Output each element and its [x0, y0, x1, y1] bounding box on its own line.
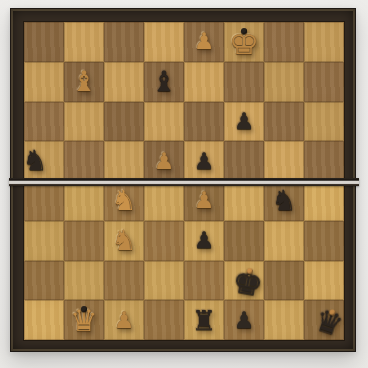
square-h2[interactable]: [304, 261, 344, 301]
square-f6[interactable]: ♟: [224, 102, 264, 142]
square-b8[interactable]: [64, 22, 104, 62]
square-h3[interactable]: [304, 221, 344, 261]
piece-black-bishop-d7[interactable]: ♝: [144, 62, 184, 102]
piece-black-pawn-f6[interactable]: ♟: [224, 102, 264, 142]
square-d2[interactable]: [144, 261, 184, 301]
square-f5[interactable]: [224, 141, 264, 181]
black-pawn-glyph: ♟: [194, 229, 215, 252]
square-b5[interactable]: [64, 141, 104, 181]
piece-white-pawn-d5[interactable]: ♟: [144, 141, 184, 181]
square-h5[interactable]: [304, 141, 344, 181]
square-g7[interactable]: [264, 62, 304, 102]
square-d8[interactable]: [144, 22, 184, 62]
white-pawn-glyph: ♟: [114, 309, 135, 332]
square-h4[interactable]: [304, 181, 344, 221]
square-f1[interactable]: ♟: [224, 300, 264, 340]
square-h6[interactable]: [304, 102, 344, 142]
square-d4[interactable]: [144, 181, 184, 221]
black-pawn-glyph: ♟: [234, 309, 255, 332]
square-d7[interactable]: ♝: [144, 62, 184, 102]
chess-board-frame: ♟♚♝♝♟♞♟♟♞♟♞♞♟♚♛♟♜♟♛: [10, 8, 356, 352]
square-e1[interactable]: ♜: [184, 300, 224, 340]
piece-white-queen-b1[interactable]: ♛: [64, 300, 104, 340]
square-a4[interactable]: [24, 181, 64, 221]
black-knight-glyph: ♞: [22, 147, 47, 175]
square-h1[interactable]: ♛: [304, 300, 344, 340]
square-g4[interactable]: ♞: [264, 181, 304, 221]
piece-white-pawn-e8[interactable]: ♟: [184, 22, 224, 62]
square-b3[interactable]: [64, 221, 104, 261]
square-a2[interactable]: [24, 261, 64, 301]
square-g8[interactable]: [264, 22, 304, 62]
piece-black-knight-a5[interactable]: ♞: [15, 141, 55, 181]
square-d3[interactable]: [144, 221, 184, 261]
square-e5[interactable]: ♟: [184, 141, 224, 181]
square-e7[interactable]: [184, 62, 224, 102]
piece-white-pawn-e4[interactable]: ♟: [184, 181, 224, 221]
piece-black-rook-e1[interactable]: ♜: [184, 300, 224, 340]
square-c1[interactable]: ♟: [104, 300, 144, 340]
square-c2[interactable]: [104, 261, 144, 301]
piece-white-bishop-b7[interactable]: ♝: [64, 62, 104, 102]
square-g1[interactable]: [264, 300, 304, 340]
square-g2[interactable]: [264, 261, 304, 301]
white-pawn-glyph: ♟: [194, 30, 215, 53]
square-g3[interactable]: [264, 221, 304, 261]
white-bishop-glyph: ♝: [71, 68, 96, 96]
square-b4[interactable]: [64, 181, 104, 221]
piece-white-knight-c3[interactable]: ♞: [104, 221, 144, 261]
black-knight-glyph: ♞: [271, 187, 296, 215]
piece-black-pawn-e3[interactable]: ♟: [184, 221, 224, 261]
square-g6[interactable]: [264, 102, 304, 142]
square-f4[interactable]: [224, 181, 264, 221]
square-h8[interactable]: [304, 22, 344, 62]
white-knight-glyph: ♞: [111, 227, 136, 255]
square-b6[interactable]: [64, 102, 104, 142]
square-d1[interactable]: [144, 300, 184, 340]
piece-black-knight-g4[interactable]: ♞: [264, 181, 304, 221]
square-b7[interactable]: ♝: [64, 62, 104, 102]
square-e8[interactable]: ♟: [184, 22, 224, 62]
piece-black-pawn-e5[interactable]: ♟: [184, 141, 224, 181]
square-g5[interactable]: [264, 141, 304, 181]
board-hinge: [9, 178, 359, 186]
square-h7[interactable]: [304, 62, 344, 102]
square-e2[interactable]: [184, 261, 224, 301]
square-f2[interactable]: ♚: [224, 261, 264, 301]
square-e6[interactable]: [184, 102, 224, 142]
square-f3[interactable]: [224, 221, 264, 261]
square-c8[interactable]: [104, 22, 144, 62]
square-d6[interactable]: [144, 102, 184, 142]
square-c5[interactable]: [104, 141, 144, 181]
black-pawn-glyph: ♟: [194, 150, 215, 173]
king-finial: [241, 28, 247, 34]
piece-black-queen-h1[interactable]: ♛: [304, 298, 354, 348]
piece-black-pawn-f1[interactable]: ♟: [224, 300, 264, 340]
square-b2[interactable]: [64, 261, 104, 301]
black-pawn-glyph: ♟: [234, 110, 255, 133]
square-b1[interactable]: ♛: [64, 300, 104, 340]
square-c7[interactable]: [104, 62, 144, 102]
piece-white-pawn-c1[interactable]: ♟: [104, 300, 144, 340]
square-a5[interactable]: ♞: [24, 141, 64, 181]
white-knight-glyph: ♞: [111, 187, 136, 215]
white-pawn-glyph: ♟: [154, 150, 175, 173]
piece-white-king-f8[interactable]: ♚: [224, 22, 264, 62]
square-c4[interactable]: ♞: [104, 181, 144, 221]
square-a3[interactable]: [24, 221, 64, 261]
square-f8[interactable]: ♚: [224, 22, 264, 62]
square-a7[interactable]: [24, 62, 64, 102]
square-a6[interactable]: [24, 102, 64, 142]
square-a1[interactable]: [24, 300, 64, 340]
square-e3[interactable]: ♟: [184, 221, 224, 261]
black-bishop-glyph: ♝: [151, 68, 176, 96]
square-e4[interactable]: ♟: [184, 181, 224, 221]
piece-white-knight-c4[interactable]: ♞: [104, 181, 144, 221]
square-c3[interactable]: ♞: [104, 221, 144, 261]
square-a8[interactable]: [24, 22, 64, 62]
photo-background: { "game": "chess", "scene": { "descripti…: [0, 0, 368, 368]
square-f7[interactable]: [224, 62, 264, 102]
white-pawn-glyph: ♟: [194, 189, 215, 212]
square-c6[interactable]: [104, 102, 144, 142]
square-d5[interactable]: ♟: [144, 141, 184, 181]
black-rook-glyph: ♜: [192, 307, 216, 334]
